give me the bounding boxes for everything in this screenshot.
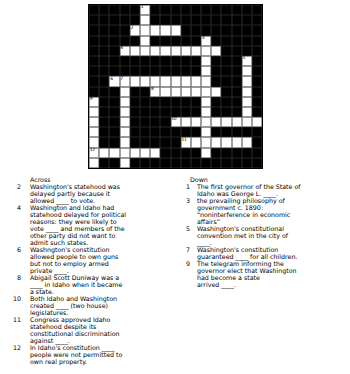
block-cell — [99, 117, 109, 127]
grid-cell[interactable] — [160, 25, 170, 35]
clue-number: 12 — [0, 344, 21, 365]
clue-item: 4Washington and Idaho had statehood dela… — [0, 204, 176, 246]
block-cell — [232, 76, 242, 86]
grid-cell[interactable] — [160, 76, 170, 86]
grid-cell[interactable] — [242, 76, 252, 86]
block-cell — [150, 15, 160, 25]
block-cell — [232, 15, 242, 25]
grid-cell[interactable] — [150, 148, 160, 158]
clue-text: In Idaho's constitution ____ people were… — [30, 344, 122, 365]
across-clue-list: 2Washington's statehood was delayed part… — [0, 183, 176, 365]
grid-cell[interactable]: 9 — [89, 97, 99, 107]
block-cell — [140, 127, 150, 137]
grid-cell[interactable]: 4 — [120, 46, 130, 56]
grid-cell[interactable] — [242, 97, 252, 107]
grid-cell[interactable] — [201, 137, 211, 147]
block-cell — [232, 97, 242, 107]
block-cell — [140, 66, 150, 76]
block-cell — [221, 36, 231, 46]
block-cell — [211, 107, 221, 117]
block-cell — [171, 97, 181, 107]
block-cell — [130, 87, 140, 97]
grid-cell[interactable] — [201, 66, 211, 76]
clue-item: 7Washington's constitution guaranteed __… — [176, 246, 350, 260]
clue-text: Washington's constitution guaranteed ___… — [197, 246, 297, 260]
down-clues-section: Down 1The first governor of the State of… — [176, 176, 350, 288]
grid-cell[interactable] — [242, 117, 252, 127]
grid-cell[interactable]: 3 — [201, 36, 211, 46]
down-header: Down — [190, 176, 350, 183]
clue-number-label: 3 — [202, 36, 205, 41]
grid-cell[interactable] — [221, 117, 231, 127]
block-cell — [242, 36, 252, 46]
block-cell — [120, 5, 130, 15]
grid-cell[interactable] — [120, 97, 130, 107]
clue-number: 2 — [0, 183, 21, 204]
clue-number: 7 — [176, 246, 190, 260]
grid-cell[interactable] — [191, 137, 201, 147]
clue-number: 8 — [0, 274, 21, 295]
block-cell — [160, 66, 170, 76]
block-cell — [211, 97, 221, 107]
grid-cell[interactable] — [181, 87, 191, 97]
grid-cell[interactable] — [89, 127, 99, 137]
block-cell — [130, 5, 140, 15]
block-cell — [221, 66, 231, 76]
grid-cell[interactable] — [130, 148, 140, 158]
block-cell — [130, 36, 140, 46]
grid-cell[interactable] — [120, 87, 130, 97]
block-cell — [171, 66, 181, 76]
block-cell — [181, 107, 191, 117]
block-cell — [150, 127, 160, 137]
grid-cell[interactable] — [211, 117, 221, 127]
grid-cell[interactable] — [181, 76, 191, 86]
block-cell — [171, 15, 181, 25]
clue-text: Washington's constitutional convention m… — [197, 225, 288, 246]
clue-number: 10 — [0, 295, 21, 316]
grid-cell[interactable] — [201, 87, 211, 97]
clue-text: The telegram informing the governor elec… — [197, 260, 297, 288]
block-cell — [252, 36, 262, 46]
block-cell — [160, 15, 170, 25]
grid-cell[interactable]: 6 — [109, 76, 119, 86]
block-cell — [130, 107, 140, 117]
block-cell — [89, 76, 99, 86]
block-cell — [130, 97, 140, 107]
block-cell — [181, 5, 191, 15]
grid-cell[interactable] — [109, 148, 119, 158]
block-cell — [242, 5, 252, 15]
block-cell — [221, 87, 231, 97]
block-cell — [99, 97, 109, 107]
block-cell — [181, 66, 191, 76]
block-cell — [160, 127, 170, 137]
grid-cell[interactable]: 7 — [120, 76, 130, 86]
block-cell — [181, 25, 191, 35]
block-cell — [232, 66, 242, 76]
block-cell — [211, 127, 221, 137]
block-cell — [109, 97, 119, 107]
block-cell — [252, 158, 262, 168]
block-cell — [160, 117, 170, 127]
clue-item: 5Washington's constitutional convention … — [176, 225, 350, 246]
grid-cell[interactable] — [150, 25, 160, 35]
grid-cell[interactable] — [201, 127, 211, 137]
block-cell — [191, 5, 201, 15]
grid-cell[interactable] — [211, 46, 221, 56]
block-cell — [221, 127, 231, 137]
block-cell — [201, 158, 211, 168]
block-cell — [140, 97, 150, 107]
block-cell — [120, 15, 130, 25]
block-cell — [150, 158, 160, 168]
clue-text: Congress approved Idaho statehood despit… — [30, 316, 120, 344]
grid-cell[interactable] — [120, 107, 130, 117]
grid-cell[interactable] — [120, 137, 130, 147]
block-cell — [211, 56, 221, 66]
block-cell — [109, 25, 119, 35]
block-cell — [89, 36, 99, 46]
block-cell — [211, 66, 221, 76]
grid-cell[interactable] — [130, 46, 140, 56]
grid-cell[interactable] — [160, 87, 170, 97]
block-cell — [99, 107, 109, 117]
block-cell — [109, 46, 119, 56]
block-cell — [160, 5, 170, 15]
grid-cell[interactable] — [181, 46, 191, 56]
block-cell — [221, 76, 231, 86]
block-cell — [201, 5, 211, 15]
grid-cell[interactable]: 10 — [171, 117, 181, 127]
block-cell — [221, 25, 231, 35]
grid-cell[interactable] — [171, 76, 181, 86]
clue-number-label: 4 — [120, 46, 123, 51]
clue-item: 11Congress approved Idaho statehood desp… — [0, 316, 176, 344]
block-cell — [150, 36, 160, 46]
clue-number: 3 — [176, 197, 190, 225]
grid-cell[interactable] — [191, 117, 201, 127]
crossword-worksheet-page: 123456789101112 Across 2Washington's sta… — [0, 0, 350, 374]
block-cell — [160, 107, 170, 117]
grid-cell[interactable] — [171, 25, 181, 35]
grid-cell[interactable] — [130, 76, 140, 86]
grid-cell[interactable] — [120, 117, 130, 127]
grid-cell[interactable] — [201, 76, 211, 86]
block-cell — [242, 127, 252, 137]
block-cell — [221, 56, 231, 66]
block-cell — [150, 107, 160, 117]
grid-cell[interactable] — [201, 56, 211, 66]
grid-cell[interactable] — [120, 148, 130, 158]
grid-cell[interactable] — [140, 25, 150, 35]
block-cell — [252, 66, 262, 76]
grid-cell[interactable] — [160, 46, 170, 56]
clue-number: 6 — [0, 246, 21, 274]
across-clues-section: Across 2Washington's statehood was delay… — [0, 176, 176, 365]
block-cell — [171, 5, 181, 15]
block-cell — [130, 56, 140, 66]
block-cell — [181, 158, 191, 168]
grid-cell[interactable]: 8 — [150, 87, 160, 97]
block-cell — [232, 127, 242, 137]
block-cell — [191, 66, 201, 76]
block-cell — [109, 87, 119, 97]
block-cell — [171, 137, 181, 147]
block-cell — [252, 127, 262, 137]
clue-number-label: 7 — [120, 77, 123, 82]
across-header: Across — [30, 176, 176, 183]
grid-cell[interactable] — [221, 137, 231, 147]
block-cell — [232, 46, 242, 56]
grid-cell[interactable] — [181, 117, 191, 127]
clue-number: 9 — [176, 260, 190, 288]
clue-number: 5 — [176, 225, 190, 246]
block-cell — [191, 36, 201, 46]
block-cell — [191, 56, 201, 66]
block-cell — [89, 25, 99, 35]
grid-cell[interactable] — [201, 117, 211, 127]
block-cell — [232, 56, 242, 66]
grid-cell[interactable] — [140, 46, 150, 56]
grid-cell[interactable] — [150, 46, 160, 56]
block-cell — [252, 56, 262, 66]
grid-cell[interactable]: 12 — [89, 148, 99, 158]
block-cell — [221, 46, 231, 56]
block-cell — [252, 97, 262, 107]
block-cell — [89, 46, 99, 56]
block-cell — [140, 87, 150, 97]
block-cell — [150, 97, 160, 107]
block-cell — [171, 148, 181, 158]
block-cell — [120, 66, 130, 76]
block-cell — [232, 5, 242, 15]
block-cell — [130, 66, 140, 76]
grid-cell[interactable] — [120, 158, 130, 168]
grid-cell[interactable] — [232, 117, 242, 127]
block-cell — [232, 36, 242, 46]
block-cell — [160, 56, 170, 66]
clue-number-label: 2 — [131, 26, 134, 31]
block-cell — [109, 158, 119, 168]
clue-item: 12In Idaho's constitution ____ people we… — [0, 344, 176, 365]
block-cell — [211, 25, 221, 35]
clue-number: 4 — [0, 204, 21, 246]
clue-text: Abigail Scott Duniway was a ____ in Idah… — [30, 274, 122, 295]
grid-cell[interactable] — [191, 76, 201, 86]
block-cell — [221, 97, 231, 107]
grid-cell[interactable] — [120, 127, 130, 137]
grid-cell[interactable] — [252, 117, 262, 127]
clue-number-label: 6 — [110, 77, 113, 82]
block-cell — [252, 107, 262, 117]
block-cell — [150, 66, 160, 76]
grid-cell[interactable] — [150, 76, 160, 86]
block-cell — [130, 158, 140, 168]
block-cell — [181, 15, 191, 25]
block-cell — [181, 36, 191, 46]
block-cell — [99, 56, 109, 66]
block-cell — [242, 15, 252, 25]
clue-item: 10Both Idaho and Washington created ____… — [0, 295, 176, 316]
block-cell — [181, 127, 191, 137]
block-cell — [191, 25, 201, 35]
clue-number-label: 9 — [90, 97, 93, 102]
block-cell — [242, 158, 252, 168]
block-cell — [89, 66, 99, 76]
block-cell — [150, 137, 160, 147]
block-cell — [89, 15, 99, 25]
block-cell — [120, 25, 130, 35]
clue-number: 11 — [0, 316, 21, 344]
block-cell — [252, 46, 262, 56]
block-cell — [140, 158, 150, 168]
clue-number-label: 10 — [171, 117, 176, 122]
grid-cell[interactable]: 11 — [181, 137, 191, 147]
grid-cell[interactable] — [201, 148, 211, 158]
grid-cell[interactable]: 5 — [242, 56, 252, 66]
clue-text: the prevailing philosophy of government … — [197, 197, 290, 225]
grid-cell[interactable] — [191, 46, 201, 56]
block-cell — [252, 137, 262, 147]
block-cell — [150, 5, 160, 15]
clue-item: 6Washngton's constitution allowed people… — [0, 246, 176, 274]
block-cell — [99, 87, 109, 97]
grid-cell[interactable] — [140, 148, 150, 158]
block-cell — [221, 158, 231, 168]
grid-cell[interactable] — [99, 148, 109, 158]
block-cell — [252, 148, 262, 158]
block-cell — [109, 36, 119, 46]
grid-cell[interactable] — [201, 107, 211, 117]
block-cell — [130, 15, 140, 25]
block-cell — [99, 46, 109, 56]
grid-cell[interactable] — [242, 66, 252, 76]
block-cell — [252, 87, 262, 97]
block-cell — [191, 148, 201, 158]
block-cell — [99, 36, 109, 46]
grid-cell[interactable] — [89, 158, 99, 168]
clue-number-label: 11 — [181, 138, 186, 143]
clue-item: 3the prevailing philosophy of government… — [176, 197, 350, 225]
block-cell — [211, 36, 221, 46]
clue-number-label: 12 — [90, 148, 95, 153]
block-cell — [221, 5, 231, 15]
block-cell — [160, 36, 170, 46]
clue-item: 9The telegram informing the governor ele… — [176, 260, 350, 288]
block-cell — [242, 25, 252, 35]
block-cell — [181, 148, 191, 158]
grid-cell[interactable]: 1 — [140, 5, 150, 15]
block-cell — [99, 127, 109, 137]
clue-text: The first governor of the State of Idaho… — [197, 183, 301, 197]
block-cell — [191, 107, 201, 117]
clue-text: Washngton's constitution allowed people … — [30, 246, 118, 274]
grid-cell[interactable] — [191, 87, 201, 97]
block-cell — [150, 117, 160, 127]
block-cell — [171, 127, 181, 137]
grid-cell[interactable] — [201, 46, 211, 56]
block-cell — [191, 127, 201, 137]
grid-cell[interactable] — [140, 36, 150, 46]
block-cell — [109, 56, 119, 66]
block-cell — [191, 15, 201, 25]
crossword-board: 123456789101112 — [88, 4, 263, 169]
block-cell — [99, 15, 109, 25]
block-cell — [232, 148, 242, 158]
block-cell — [160, 97, 170, 107]
block-cell — [252, 5, 262, 15]
block-cell — [99, 66, 109, 76]
block-cell — [171, 56, 181, 66]
grid-cell[interactable]: 2 — [130, 25, 140, 35]
grid-cell[interactable] — [89, 107, 99, 117]
block-cell — [191, 158, 201, 168]
grid-cell[interactable] — [242, 87, 252, 97]
block-cell — [140, 56, 150, 66]
block-cell — [221, 148, 231, 158]
grid-cell[interactable] — [211, 137, 221, 147]
clue-text: Washington's statehood was delayed partl… — [30, 183, 120, 204]
block-cell — [89, 5, 99, 15]
grid-cell[interactable] — [140, 76, 150, 86]
block-cell — [171, 158, 181, 168]
block-cell — [252, 76, 262, 86]
block-cell — [130, 127, 140, 137]
block-cell — [221, 107, 231, 117]
block-cell — [130, 137, 140, 147]
block-cell — [160, 137, 170, 147]
block-cell — [109, 66, 119, 76]
block-cell — [89, 56, 99, 66]
block-cell — [99, 25, 109, 35]
block-cell — [211, 76, 221, 86]
block-cell — [160, 158, 170, 168]
block-cell — [252, 25, 262, 35]
clue-number: 1 — [176, 183, 190, 197]
block-cell — [109, 107, 119, 117]
grid-cell[interactable] — [89, 117, 99, 127]
grid-cell[interactable] — [242, 107, 252, 117]
block-cell — [109, 127, 119, 137]
block-cell — [211, 148, 221, 158]
grid-cell[interactable] — [171, 87, 181, 97]
block-cell — [109, 15, 119, 25]
grid-cell[interactable] — [201, 97, 211, 107]
block-cell — [232, 25, 242, 35]
grid-cell[interactable] — [242, 137, 252, 147]
block-cell — [99, 5, 109, 15]
block-cell — [171, 36, 181, 46]
block-cell — [130, 117, 140, 127]
block-cell — [232, 87, 242, 97]
grid-cell[interactable] — [232, 137, 242, 147]
grid-cell[interactable] — [140, 15, 150, 25]
grid-cell[interactable] — [171, 46, 181, 56]
block-cell — [201, 15, 211, 25]
clue-item: 2Washington's statehood was delayed part… — [0, 183, 176, 204]
block-cell — [232, 158, 242, 168]
block-cell — [140, 107, 150, 117]
block-cell — [109, 137, 119, 147]
grid-cell[interactable] — [211, 87, 221, 97]
down-clue-list: 1The first governor of the State of Idah… — [176, 183, 350, 288]
block-cell — [252, 15, 262, 25]
clue-number-label: 8 — [151, 87, 154, 92]
block-cell — [150, 56, 160, 66]
block-cell — [99, 137, 109, 147]
block-cell — [140, 137, 150, 147]
